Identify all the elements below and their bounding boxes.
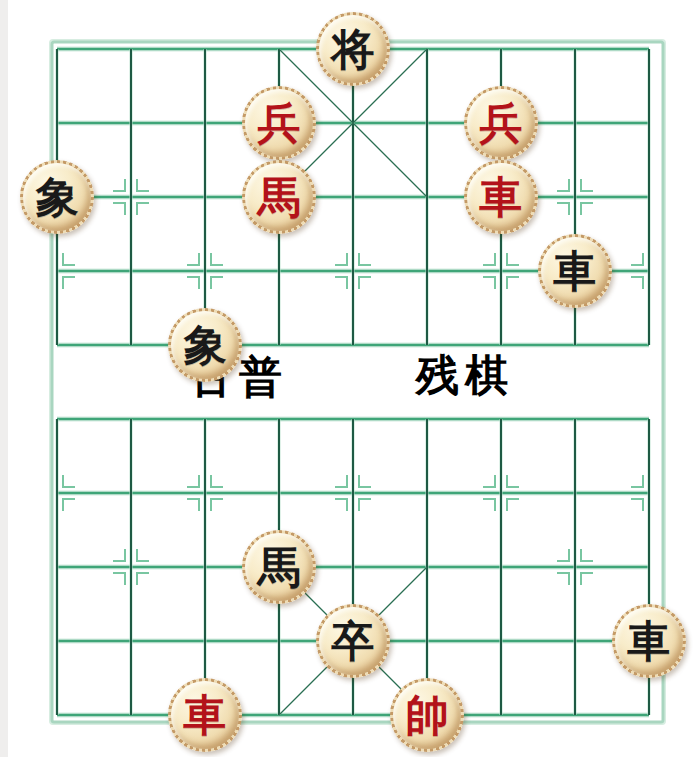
piece-face: 兵 — [467, 89, 535, 157]
black-piece-character: 象 — [184, 324, 227, 367]
piece-black-soldier[interactable]: 卒 — [316, 604, 390, 678]
piece-face: 象 — [23, 163, 91, 231]
piece-red-chariot-1[interactable]: 車 — [464, 160, 538, 234]
xiangqi-app-screen: 古普 残棋 将兵兵象馬車車象馬卒車車帥 — [0, 0, 700, 757]
piece-face: 兵 — [245, 89, 313, 157]
pieces-layer: 将兵兵象馬車車象馬卒車車帥 — [0, 0, 700, 757]
red-piece-character: 馬 — [258, 176, 301, 219]
piece-face: 帥 — [393, 681, 461, 749]
piece-face: 将 — [319, 15, 387, 83]
red-piece-character: 兵 — [258, 102, 301, 145]
piece-red-horse[interactable]: 馬 — [242, 160, 316, 234]
piece-black-horse[interactable]: 馬 — [242, 530, 316, 604]
piece-black-elephant-1[interactable]: 象 — [20, 160, 94, 234]
piece-red-chariot-2[interactable]: 車 — [168, 678, 242, 752]
red-piece-character: 車 — [184, 694, 227, 737]
piece-black-chariot-2[interactable]: 車 — [612, 604, 686, 678]
piece-face: 馬 — [245, 533, 313, 601]
piece-black-elephant-2[interactable]: 象 — [168, 308, 242, 382]
black-piece-character: 馬 — [258, 546, 301, 589]
piece-black-general[interactable]: 将 — [316, 12, 390, 86]
black-piece-character: 車 — [628, 620, 671, 663]
black-piece-character: 卒 — [332, 620, 375, 663]
red-piece-character: 兵 — [480, 102, 523, 145]
piece-face: 象 — [171, 311, 239, 379]
red-piece-character: 帥 — [406, 694, 449, 737]
piece-face: 車 — [541, 237, 609, 305]
piece-black-chariot-1[interactable]: 車 — [538, 234, 612, 308]
black-piece-character: 将 — [332, 28, 375, 71]
piece-face: 車 — [171, 681, 239, 749]
piece-red-general[interactable]: 帥 — [390, 678, 464, 752]
black-piece-character: 車 — [554, 250, 597, 293]
piece-face: 車 — [467, 163, 535, 231]
piece-face: 卒 — [319, 607, 387, 675]
piece-red-soldier-2[interactable]: 兵 — [464, 86, 538, 160]
black-piece-character: 象 — [36, 176, 79, 219]
piece-face: 車 — [615, 607, 683, 675]
piece-red-soldier-1[interactable]: 兵 — [242, 86, 316, 160]
red-piece-character: 車 — [480, 176, 523, 219]
piece-face: 馬 — [245, 163, 313, 231]
